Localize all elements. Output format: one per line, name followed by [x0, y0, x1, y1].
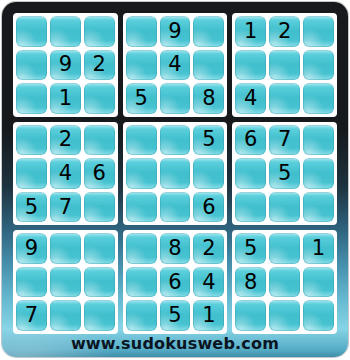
cell-r2c9[interactable] [303, 50, 334, 81]
cell-r3c6[interactable]: 8 [193, 83, 224, 114]
cell-r3c8[interactable] [269, 83, 300, 114]
cell-r4c4[interactable] [126, 125, 157, 156]
cell-r7c1[interactable]: 9 [16, 233, 47, 264]
cell-r5c5[interactable] [160, 158, 191, 189]
box-r1c1: 921 [13, 13, 118, 117]
cell-r1c9[interactable] [303, 16, 334, 47]
cell-r6c6[interactable]: 6 [193, 192, 224, 223]
cell-r4c1[interactable] [16, 125, 47, 156]
cell-r7c8[interactable] [269, 233, 300, 264]
cell-r5c1[interactable] [16, 158, 47, 189]
sudoku-board: 9219458124246575667597826451518 www.sudo… [2, 2, 348, 357]
cell-r1c4[interactable] [126, 16, 157, 47]
cell-r2c2[interactable]: 9 [50, 50, 81, 81]
cell-r3c9[interactable] [303, 83, 334, 114]
cell-r9c8[interactable] [269, 300, 300, 331]
cell-r1c2[interactable] [50, 16, 81, 47]
cell-r6c4[interactable] [126, 192, 157, 223]
cell-r7c7[interactable]: 5 [235, 233, 266, 264]
cell-r8c9[interactable] [303, 267, 334, 298]
cell-r3c1[interactable] [16, 83, 47, 114]
cell-r9c5[interactable]: 5 [160, 300, 191, 331]
cell-r7c5[interactable]: 8 [160, 233, 191, 264]
box-r2c3: 675 [232, 122, 337, 226]
cell-r4c8[interactable]: 7 [269, 125, 300, 156]
cell-r9c1[interactable]: 7 [16, 300, 47, 331]
cell-r8c3[interactable] [84, 267, 115, 298]
cell-r5c9[interactable] [303, 158, 334, 189]
cell-r6c1[interactable]: 5 [16, 192, 47, 223]
cell-r1c5[interactable]: 9 [160, 16, 191, 47]
cell-r8c6[interactable]: 4 [193, 267, 224, 298]
cell-r2c4[interactable] [126, 50, 157, 81]
cell-r2c5[interactable]: 4 [160, 50, 191, 81]
cell-r6c3[interactable] [84, 192, 115, 223]
cell-r9c4[interactable] [126, 300, 157, 331]
cell-r3c3[interactable] [84, 83, 115, 114]
cell-r1c3[interactable] [84, 16, 115, 47]
site-url-link[interactable]: www.sudokusweb.com [2, 334, 348, 353]
cell-r6c8[interactable] [269, 192, 300, 223]
cell-r8c5[interactable]: 6 [160, 267, 191, 298]
cell-r3c7[interactable]: 4 [235, 83, 266, 114]
cell-r7c2[interactable] [50, 233, 81, 264]
box-r1c2: 9458 [123, 13, 228, 117]
sudoku-grid: 9219458124246575667597826451518 [13, 13, 337, 334]
cell-r1c6[interactable] [193, 16, 224, 47]
cell-r3c5[interactable] [160, 83, 191, 114]
cell-r8c4[interactable] [126, 267, 157, 298]
cell-r6c9[interactable] [303, 192, 334, 223]
cell-r4c2[interactable]: 2 [50, 125, 81, 156]
cell-r8c7[interactable]: 8 [235, 267, 266, 298]
cell-r4c7[interactable]: 6 [235, 125, 266, 156]
cell-r1c7[interactable]: 1 [235, 16, 266, 47]
cell-r2c7[interactable] [235, 50, 266, 81]
cell-r7c3[interactable] [84, 233, 115, 264]
cell-r9c2[interactable] [50, 300, 81, 331]
cell-r7c9[interactable]: 1 [303, 233, 334, 264]
cell-r4c9[interactable] [303, 125, 334, 156]
cell-r2c1[interactable] [16, 50, 47, 81]
cell-r1c1[interactable] [16, 16, 47, 47]
cell-r4c3[interactable] [84, 125, 115, 156]
box-r3c2: 826451 [123, 230, 228, 334]
cell-r4c5[interactable] [160, 125, 191, 156]
cell-r7c4[interactable] [126, 233, 157, 264]
cell-r6c5[interactable] [160, 192, 191, 223]
cell-r2c6[interactable] [193, 50, 224, 81]
cell-r9c6[interactable]: 1 [193, 300, 224, 331]
cell-r5c6[interactable] [193, 158, 224, 189]
box-r1c3: 124 [232, 13, 337, 117]
cell-r6c2[interactable]: 7 [50, 192, 81, 223]
box-r2c2: 56 [123, 122, 228, 226]
cell-r3c2[interactable]: 1 [50, 83, 81, 114]
cell-r2c8[interactable] [269, 50, 300, 81]
cell-r5c2[interactable]: 4 [50, 158, 81, 189]
cell-r9c3[interactable] [84, 300, 115, 331]
box-r3c3: 518 [232, 230, 337, 334]
cell-r7c6[interactable]: 2 [193, 233, 224, 264]
cell-r8c2[interactable] [50, 267, 81, 298]
cell-r5c3[interactable]: 6 [84, 158, 115, 189]
cell-r3c4[interactable]: 5 [126, 83, 157, 114]
cell-r5c4[interactable] [126, 158, 157, 189]
cell-r9c9[interactable] [303, 300, 334, 331]
cell-r2c3[interactable]: 2 [84, 50, 115, 81]
cell-r4c6[interactable]: 5 [193, 125, 224, 156]
cell-r9c7[interactable] [235, 300, 266, 331]
box-r3c1: 97 [13, 230, 118, 334]
cell-r5c8[interactable]: 5 [269, 158, 300, 189]
box-r2c1: 24657 [13, 122, 118, 226]
cell-r5c7[interactable] [235, 158, 266, 189]
cell-r6c7[interactable] [235, 192, 266, 223]
cell-r1c8[interactable]: 2 [269, 16, 300, 47]
cell-r8c1[interactable] [16, 267, 47, 298]
cell-r8c8[interactable] [269, 267, 300, 298]
